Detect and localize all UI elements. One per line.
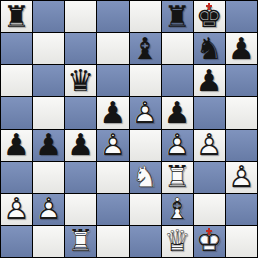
black-queen-piece: ♛: [65, 65, 96, 96]
square-b4[interactable]: ♟: [33, 130, 64, 161]
square-a5[interactable]: [1, 97, 32, 128]
square-d2[interactable]: [97, 194, 128, 225]
square-e1[interactable]: [130, 226, 161, 257]
square-d5[interactable]: ♟: [97, 97, 128, 128]
square-e4[interactable]: [130, 130, 161, 161]
square-h5[interactable]: [226, 97, 257, 128]
square-h8[interactable]: [226, 1, 257, 32]
white-pawn-piece: ♟: [1, 194, 32, 225]
white-bishop-piece: ♝: [162, 194, 193, 225]
square-c3[interactable]: [65, 162, 96, 193]
square-d1[interactable]: [97, 226, 128, 257]
square-b7[interactable]: [33, 33, 64, 64]
square-c2[interactable]: [65, 194, 96, 225]
square-e8[interactable]: [130, 1, 161, 32]
square-f2[interactable]: ♝♗: [162, 194, 193, 225]
square-g1[interactable]: ♚♔: [194, 226, 225, 257]
square-g5[interactable]: [194, 97, 225, 128]
white-rook-piece: ♜: [162, 162, 193, 193]
square-h7[interactable]: ♟: [226, 33, 257, 64]
black-pawn-piece: ♟: [1, 130, 32, 161]
square-a2[interactable]: ♟♙: [1, 194, 32, 225]
square-g7[interactable]: ♞: [194, 33, 225, 64]
square-a6[interactable]: [1, 65, 32, 96]
square-g4[interactable]: ♟♙: [194, 130, 225, 161]
white-king-piece-outline: ♔: [194, 226, 225, 257]
king-cross-icon: [208, 3, 210, 10]
square-h1[interactable]: [226, 226, 257, 257]
black-pawn-piece: ♟: [226, 33, 257, 64]
black-pawn-piece: ♟: [97, 97, 128, 128]
black-bishop-piece: ♝: [130, 33, 161, 64]
black-king-piece: ♚: [194, 1, 225, 32]
square-f5[interactable]: ♟: [162, 97, 193, 128]
square-b8[interactable]: [33, 1, 64, 32]
square-d8[interactable]: [97, 1, 128, 32]
square-g2[interactable]: [194, 194, 225, 225]
square-c8[interactable]: [65, 1, 96, 32]
black-knight-piece: ♞: [194, 33, 225, 64]
white-pawn-piece-outline: ♙: [97, 130, 128, 161]
square-h2[interactable]: [226, 194, 257, 225]
square-a1[interactable]: [1, 226, 32, 257]
white-pawn-piece: ♟: [162, 130, 193, 161]
square-f3[interactable]: ♜♖: [162, 162, 193, 193]
white-pawn-piece-outline: ♙: [33, 194, 64, 225]
square-g3[interactable]: [194, 162, 225, 193]
square-d6[interactable]: [97, 65, 128, 96]
square-f6[interactable]: [162, 65, 193, 96]
chess-board: ♜♜♚♝♞♟♛♟♟♟♙♟♟♟♟♟♙♟♙♟♙♞♘♜♖♟♙♟♙♟♙♝♗♜♖♛♕♚♔: [0, 0, 258, 258]
square-h3[interactable]: ♟♙: [226, 162, 257, 193]
square-e7[interactable]: ♝: [130, 33, 161, 64]
square-f8[interactable]: ♜: [162, 1, 193, 32]
square-g6[interactable]: ♟: [194, 65, 225, 96]
black-rook-piece: ♜: [1, 1, 32, 32]
white-knight-piece-outline: ♘: [130, 162, 161, 193]
white-bishop-piece-outline: ♗: [162, 194, 193, 225]
square-e3[interactable]: ♞♘: [130, 162, 161, 193]
white-rook-piece-outline: ♖: [65, 226, 96, 257]
square-e6[interactable]: [130, 65, 161, 96]
square-d7[interactable]: [97, 33, 128, 64]
square-c1[interactable]: ♜♖: [65, 226, 96, 257]
white-pawn-piece: ♟: [33, 194, 64, 225]
square-c6[interactable]: ♛: [65, 65, 96, 96]
square-f4[interactable]: ♟♙: [162, 130, 193, 161]
white-pawn-piece: ♟: [194, 130, 225, 161]
white-pawn-piece-outline: ♙: [130, 97, 161, 128]
black-pawn-piece: ♟: [162, 97, 193, 128]
square-b5[interactable]: [33, 97, 64, 128]
white-king-piece: ♚: [194, 226, 225, 257]
square-h6[interactable]: [226, 65, 257, 96]
square-e2[interactable]: [130, 194, 161, 225]
square-e5[interactable]: ♟♙: [130, 97, 161, 128]
white-pawn-piece: ♟: [226, 162, 257, 193]
square-b6[interactable]: [33, 65, 64, 96]
king-cross-icon: [208, 228, 210, 235]
white-rook-piece: ♜: [65, 226, 96, 257]
square-c7[interactable]: [65, 33, 96, 64]
black-pawn-piece: ♟: [33, 130, 64, 161]
square-b3[interactable]: [33, 162, 64, 193]
white-pawn-piece-outline: ♙: [194, 130, 225, 161]
white-rook-piece-outline: ♖: [162, 162, 193, 193]
white-pawn-piece: ♟: [97, 130, 128, 161]
square-h4[interactable]: [226, 130, 257, 161]
square-b2[interactable]: ♟♙: [33, 194, 64, 225]
white-pawn-piece-outline: ♙: [162, 130, 193, 161]
white-pawn-piece-outline: ♙: [1, 194, 32, 225]
square-a3[interactable]: [1, 162, 32, 193]
white-queen-piece-outline: ♕: [162, 226, 193, 257]
black-pawn-piece: ♟: [194, 65, 225, 96]
square-a8[interactable]: ♜: [1, 1, 32, 32]
square-a4[interactable]: ♟: [1, 130, 32, 161]
white-knight-piece: ♞: [130, 162, 161, 193]
square-a7[interactable]: [1, 33, 32, 64]
square-f1[interactable]: ♛♕: [162, 226, 193, 257]
black-pawn-piece: ♟: [65, 130, 96, 161]
black-rook-piece: ♜: [162, 1, 193, 32]
square-g8[interactable]: ♚: [194, 1, 225, 32]
square-c4[interactable]: ♟: [65, 130, 96, 161]
square-c5[interactable]: [65, 97, 96, 128]
square-b1[interactable]: [33, 226, 64, 257]
white-pawn-piece-outline: ♙: [226, 162, 257, 193]
square-d3[interactable]: [97, 162, 128, 193]
white-queen-piece: ♛: [162, 226, 193, 257]
white-pawn-piece: ♟: [130, 97, 161, 128]
square-f7[interactable]: [162, 33, 193, 64]
square-d4[interactable]: ♟♙: [97, 130, 128, 161]
